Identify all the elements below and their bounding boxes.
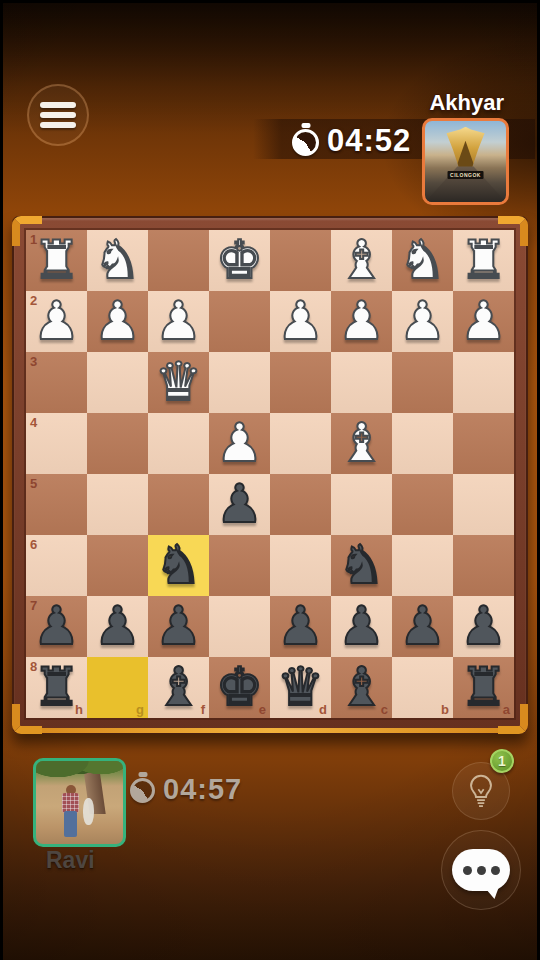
avatar-caption: CILONGOK [447, 171, 484, 179]
rank-label: 6 [30, 538, 37, 551]
square-b4[interactable] [392, 413, 453, 474]
square-c6[interactable]: ♞ [331, 535, 392, 596]
piece-black-pawn[interactable]: ♟ [338, 599, 386, 652]
hint-count-badge: 1 [490, 749, 514, 773]
piece-white-pawn[interactable]: ♟ [155, 294, 203, 347]
piece-black-queen[interactable]: ♛ [277, 660, 325, 713]
square-d4[interactable] [270, 413, 331, 474]
square-d7[interactable]: ♟ [270, 596, 331, 657]
square-a7[interactable]: ♟ [453, 596, 514, 657]
square-e8[interactable]: e♚ [209, 657, 270, 718]
square-e6[interactable] [209, 535, 270, 596]
piece-white-queen[interactable]: ♛ [155, 355, 203, 408]
square-f3[interactable]: ♛ [148, 352, 209, 413]
screen-edge [0, 0, 3, 960]
piece-white-pawn[interactable]: ♟ [460, 294, 508, 347]
square-f7[interactable]: ♟ [148, 596, 209, 657]
square-b3[interactable] [392, 352, 453, 413]
square-g7[interactable]: ♟ [87, 596, 148, 657]
square-b5[interactable] [392, 474, 453, 535]
piece-black-pawn[interactable]: ♟ [216, 477, 264, 530]
square-b8[interactable]: b [392, 657, 453, 718]
square-f1[interactable] [148, 230, 209, 291]
hamburger-menu-icon [40, 102, 76, 108]
chess-board: 1♜♞♚♝♞♜2♟♟♟♟♟♟♟3♛4♟♝5♟6♞♞7♟♟♟♟♟♟♟8h♜gf♝e… [12, 216, 528, 734]
rank-label: 4 [30, 416, 37, 429]
square-c7[interactable]: ♟ [331, 596, 392, 657]
stopwatch-icon [292, 129, 319, 156]
square-d6[interactable] [270, 535, 331, 596]
player-avatar[interactable] [33, 758, 126, 847]
square-b7[interactable]: ♟ [392, 596, 453, 657]
square-f6[interactable]: ♞ [148, 535, 209, 596]
piece-black-pawn[interactable]: ♟ [460, 599, 508, 652]
board-corner-accent [498, 216, 528, 246]
square-e7[interactable] [209, 596, 270, 657]
chat-bubble-icon [452, 849, 510, 891]
opponent-time: 04:52 [327, 123, 411, 159]
square-f4[interactable] [148, 413, 209, 474]
board-bottom-accent [26, 728, 514, 733]
piece-white-pawn[interactable]: ♟ [338, 294, 386, 347]
file-label: b [441, 703, 449, 716]
square-c5[interactable] [331, 474, 392, 535]
piece-white-pawn[interactable]: ♟ [216, 416, 264, 469]
square-e2[interactable] [209, 291, 270, 352]
piece-black-pawn[interactable]: ♟ [155, 599, 203, 652]
piece-black-knight[interactable]: ♞ [155, 538, 203, 591]
file-label: g [136, 703, 144, 716]
piece-white-knight[interactable]: ♞ [94, 233, 142, 286]
square-f8[interactable]: f♝ [148, 657, 209, 718]
square-a4[interactable] [453, 413, 514, 474]
square-h5[interactable]: 5 [26, 474, 87, 535]
square-a3[interactable] [453, 352, 514, 413]
square-c4[interactable]: ♝ [331, 413, 392, 474]
square-g1[interactable]: ♞ [87, 230, 148, 291]
avatar-leaves-art [36, 761, 123, 786]
square-h3[interactable]: 3 [26, 352, 87, 413]
player-timer: 04:57 [130, 773, 242, 806]
piece-black-knight[interactable]: ♞ [338, 538, 386, 591]
square-c1[interactable]: ♝ [331, 230, 392, 291]
screen-edge [0, 0, 540, 3]
opponent-name: Akhyar [400, 90, 504, 116]
piece-white-bishop[interactable]: ♝ [338, 416, 386, 469]
square-b6[interactable] [392, 535, 453, 596]
rank-label: 5 [30, 477, 37, 490]
square-b2[interactable]: ♟ [392, 291, 453, 352]
square-g6[interactable] [87, 535, 148, 596]
rank-label: 3 [30, 355, 37, 368]
lightbulb-icon [466, 774, 496, 808]
square-c8[interactable]: c♝ [331, 657, 392, 718]
player-name: Ravi [46, 847, 95, 874]
square-f5[interactable] [148, 474, 209, 535]
board-corner-accent [12, 704, 42, 734]
square-g4[interactable] [87, 413, 148, 474]
square-c3[interactable] [331, 352, 392, 413]
piece-black-bishop[interactable]: ♝ [155, 660, 203, 713]
board-grid: 1♜♞♚♝♞♜2♟♟♟♟♟♟♟3♛4♟♝5♟6♞♞7♟♟♟♟♟♟♟8h♜gf♝e… [26, 230, 514, 718]
piece-white-knight[interactable]: ♞ [399, 233, 447, 286]
square-d5[interactable] [270, 474, 331, 535]
board-corner-accent [498, 704, 528, 734]
menu-button[interactable] [27, 84, 89, 146]
square-a6[interactable] [453, 535, 514, 596]
piece-white-pawn[interactable]: ♟ [33, 294, 81, 347]
player-time: 04:57 [163, 773, 242, 806]
piece-black-pawn[interactable]: ♟ [277, 599, 325, 652]
square-g5[interactable] [87, 474, 148, 535]
square-e1[interactable]: ♚ [209, 230, 270, 291]
piece-black-pawn[interactable]: ♟ [94, 599, 142, 652]
square-e3[interactable] [209, 352, 270, 413]
square-h6[interactable]: 6 [26, 535, 87, 596]
square-g2[interactable]: ♟ [87, 291, 148, 352]
piece-white-pawn[interactable]: ♟ [94, 294, 142, 347]
square-a5[interactable] [453, 474, 514, 535]
piece-black-king[interactable]: ♚ [216, 660, 264, 713]
piece-black-pawn[interactable]: ♟ [33, 599, 81, 652]
piece-white-bishop[interactable]: ♝ [338, 233, 386, 286]
square-h7[interactable]: 7♟ [26, 596, 87, 657]
game-screen: 04:52 Akhyar CILONGOK 1♜♞♚♝♞♜2♟♟♟♟♟♟♟3♛4… [0, 0, 540, 960]
square-d8[interactable]: d♛ [270, 657, 331, 718]
piece-black-pawn[interactable]: ♟ [399, 599, 447, 652]
square-d1[interactable] [270, 230, 331, 291]
opponent-timer: 04:52 [292, 123, 411, 159]
square-h4[interactable]: 4 [26, 413, 87, 474]
square-d3[interactable] [270, 352, 331, 413]
piece-white-pawn[interactable]: ♟ [399, 294, 447, 347]
opponent-avatar[interactable]: CILONGOK [422, 118, 509, 205]
stopwatch-icon [130, 778, 155, 803]
square-g8[interactable]: g [87, 657, 148, 718]
piece-black-bishop[interactable]: ♝ [338, 660, 386, 713]
chat-button[interactable] [441, 830, 521, 910]
square-g3[interactable] [87, 352, 148, 413]
board-corner-accent [12, 216, 42, 246]
square-c2[interactable]: ♟ [331, 291, 392, 352]
square-e5[interactable]: ♟ [209, 474, 270, 535]
square-f2[interactable]: ♟ [148, 291, 209, 352]
piece-white-pawn[interactable]: ♟ [277, 294, 325, 347]
square-d2[interactable]: ♟ [270, 291, 331, 352]
square-h2[interactable]: 2♟ [26, 291, 87, 352]
square-e4[interactable]: ♟ [209, 413, 270, 474]
piece-white-king[interactable]: ♚ [216, 233, 264, 286]
square-a2[interactable]: ♟ [453, 291, 514, 352]
square-b1[interactable]: ♞ [392, 230, 453, 291]
